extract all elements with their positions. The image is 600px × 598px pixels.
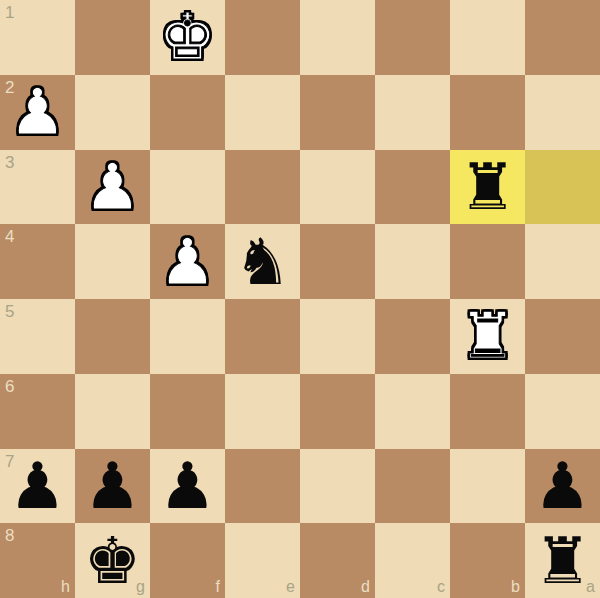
square-f6[interactable] xyxy=(150,374,225,449)
black-pawn[interactable]: ♟ xyxy=(84,449,141,523)
square-e6[interactable] xyxy=(225,374,300,449)
square-b6[interactable] xyxy=(450,374,525,449)
black-rook[interactable]: ♜ xyxy=(534,524,591,598)
square-c4[interactable] xyxy=(375,224,450,299)
square-a4[interactable] xyxy=(525,224,600,299)
white-pawn[interactable]: ♟ xyxy=(84,150,141,224)
square-d3[interactable] xyxy=(300,150,375,225)
square-b5[interactable]: ♜ xyxy=(450,299,525,374)
square-h1[interactable]: 1 xyxy=(0,0,75,75)
square-b4[interactable] xyxy=(450,224,525,299)
square-e3[interactable] xyxy=(225,150,300,225)
square-d7[interactable] xyxy=(300,449,375,524)
square-f3[interactable] xyxy=(150,150,225,225)
square-c3[interactable] xyxy=(375,150,450,225)
file-label-b: b xyxy=(511,579,520,595)
square-e7[interactable] xyxy=(225,449,300,524)
square-f7[interactable]: ♟ xyxy=(150,449,225,524)
black-pawn[interactable]: ♟ xyxy=(534,449,591,523)
white-pawn[interactable]: ♟ xyxy=(159,225,216,299)
rank-label-6: 6 xyxy=(5,378,14,395)
square-h6[interactable]: 6 xyxy=(0,374,75,449)
square-g7[interactable]: ♟ xyxy=(75,449,150,524)
square-a2[interactable] xyxy=(525,75,600,150)
square-d2[interactable] xyxy=(300,75,375,150)
square-g8[interactable]: g♚ xyxy=(75,523,150,598)
square-c6[interactable] xyxy=(375,374,450,449)
square-e8[interactable]: e xyxy=(225,523,300,598)
square-f4[interactable]: ♟ xyxy=(150,224,225,299)
square-e5[interactable] xyxy=(225,299,300,374)
white-pawn[interactable]: ♟ xyxy=(9,75,66,149)
square-g4[interactable] xyxy=(75,224,150,299)
black-pawn[interactable]: ♟ xyxy=(159,449,216,523)
rank-label-3: 3 xyxy=(5,154,14,171)
rank-label-4: 4 xyxy=(5,228,14,245)
square-h2[interactable]: 2♟ xyxy=(0,75,75,150)
square-d8[interactable]: d xyxy=(300,523,375,598)
square-e4[interactable]: ♞ xyxy=(225,224,300,299)
square-d4[interactable] xyxy=(300,224,375,299)
square-a3[interactable] xyxy=(525,150,600,225)
square-g3[interactable]: ♟ xyxy=(75,150,150,225)
chess-board: 1♚2♟3♟♜4♟♞5♜67♟♟♟♟8hg♚fedcba♜ xyxy=(0,0,600,598)
black-pawn[interactable]: ♟ xyxy=(9,449,66,523)
black-king[interactable]: ♚ xyxy=(84,524,141,598)
square-b1[interactable] xyxy=(450,0,525,75)
square-e1[interactable] xyxy=(225,0,300,75)
square-h7[interactable]: 7♟ xyxy=(0,449,75,524)
black-rook[interactable]: ♜ xyxy=(459,150,516,224)
square-c7[interactable] xyxy=(375,449,450,524)
square-b2[interactable] xyxy=(450,75,525,150)
square-c1[interactable] xyxy=(375,0,450,75)
file-label-c: c xyxy=(437,579,445,595)
file-label-h: h xyxy=(61,579,70,595)
square-g5[interactable] xyxy=(75,299,150,374)
square-f2[interactable] xyxy=(150,75,225,150)
square-a5[interactable] xyxy=(525,299,600,374)
square-d5[interactable] xyxy=(300,299,375,374)
square-c5[interactable] xyxy=(375,299,450,374)
file-label-e: e xyxy=(286,579,295,595)
square-a7[interactable]: ♟ xyxy=(525,449,600,524)
square-h8[interactable]: 8h xyxy=(0,523,75,598)
file-label-f: f xyxy=(216,579,220,595)
square-g1[interactable] xyxy=(75,0,150,75)
square-h3[interactable]: 3 xyxy=(0,150,75,225)
square-b8[interactable]: b xyxy=(450,523,525,598)
rank-label-8: 8 xyxy=(5,527,14,544)
white-rook[interactable]: ♜ xyxy=(459,299,516,373)
square-a1[interactable] xyxy=(525,0,600,75)
square-d6[interactable] xyxy=(300,374,375,449)
square-h4[interactable]: 4 xyxy=(0,224,75,299)
white-king[interactable]: ♚ xyxy=(159,0,216,74)
black-knight[interactable]: ♞ xyxy=(234,225,291,299)
square-h5[interactable]: 5 xyxy=(0,299,75,374)
square-d1[interactable] xyxy=(300,0,375,75)
square-c2[interactable] xyxy=(375,75,450,150)
square-c8[interactable]: c xyxy=(375,523,450,598)
square-b3[interactable]: ♜ xyxy=(450,150,525,225)
square-g6[interactable] xyxy=(75,374,150,449)
square-g2[interactable] xyxy=(75,75,150,150)
square-f8[interactable]: f xyxy=(150,523,225,598)
rank-label-5: 5 xyxy=(5,303,14,320)
square-a6[interactable] xyxy=(525,374,600,449)
square-e2[interactable] xyxy=(225,75,300,150)
file-label-d: d xyxy=(361,579,370,595)
square-f5[interactable] xyxy=(150,299,225,374)
square-f1[interactable]: ♚ xyxy=(150,0,225,75)
rank-label-1: 1 xyxy=(5,4,14,21)
square-b7[interactable] xyxy=(450,449,525,524)
square-a8[interactable]: a♜ xyxy=(525,523,600,598)
